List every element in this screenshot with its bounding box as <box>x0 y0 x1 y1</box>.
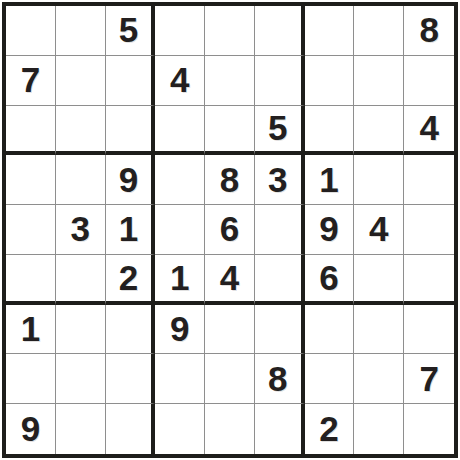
cell-r8c5-empty[interactable] <box>205 354 255 404</box>
cell-r4c9-empty[interactable] <box>404 155 454 205</box>
cell-r9c5-empty[interactable] <box>205 404 255 454</box>
cell-r4c1-empty[interactable] <box>6 155 56 205</box>
cell-r8c7-empty[interactable] <box>305 354 355 404</box>
cell-r9c7-given: 2 <box>305 404 355 454</box>
cell-r2c3-empty[interactable] <box>106 56 156 106</box>
cell-r4c6-given: 3 <box>255 155 305 205</box>
cell-r7c4-given: 9 <box>155 305 205 355</box>
cell-r6c8-empty[interactable] <box>354 255 404 305</box>
cell-r8c2-empty[interactable] <box>56 354 106 404</box>
cell-r5c2-given: 3 <box>56 205 106 255</box>
cell-r4c8-empty[interactable] <box>354 155 404 205</box>
cell-r6c1-empty[interactable] <box>6 255 56 305</box>
cell-r4c2-empty[interactable] <box>56 155 106 205</box>
cell-r6c5-given: 4 <box>205 255 255 305</box>
cell-r3c7-empty[interactable] <box>305 106 355 156</box>
cell-r9c1-given: 9 <box>6 404 56 454</box>
cell-r9c6-empty[interactable] <box>255 404 305 454</box>
cell-r7c5-empty[interactable] <box>205 305 255 355</box>
cell-r7c2-empty[interactable] <box>56 305 106 355</box>
cell-r6c2-empty[interactable] <box>56 255 106 305</box>
sudoku-page: 5874549831316942146198792 <box>0 0 460 460</box>
cell-r1c3-given: 5 <box>106 6 156 56</box>
cell-r6c4-given: 1 <box>155 255 205 305</box>
cell-r8c6-given: 8 <box>255 354 305 404</box>
cell-r8c1-empty[interactable] <box>6 354 56 404</box>
cell-r1c6-empty[interactable] <box>255 6 305 56</box>
cell-r2c9-empty[interactable] <box>404 56 454 106</box>
cell-r7c6-empty[interactable] <box>255 305 305 355</box>
cell-r2c8-empty[interactable] <box>354 56 404 106</box>
cell-r4c5-given: 8 <box>205 155 255 205</box>
cell-r5c8-given: 4 <box>354 205 404 255</box>
cell-r7c7-empty[interactable] <box>305 305 355 355</box>
cell-r8c8-empty[interactable] <box>354 354 404 404</box>
cell-r6c3-given: 2 <box>106 255 156 305</box>
cell-r3c5-empty[interactable] <box>205 106 255 156</box>
cell-r9c3-empty[interactable] <box>106 404 156 454</box>
cell-r3c9-given: 4 <box>404 106 454 156</box>
cell-r1c9-given: 8 <box>404 6 454 56</box>
cell-r7c8-empty[interactable] <box>354 305 404 355</box>
cell-r3c8-empty[interactable] <box>354 106 404 156</box>
cell-r2c2-empty[interactable] <box>56 56 106 106</box>
cell-r1c5-empty[interactable] <box>205 6 255 56</box>
cell-r3c4-empty[interactable] <box>155 106 205 156</box>
cell-r4c3-given: 9 <box>106 155 156 205</box>
cell-r1c2-empty[interactable] <box>56 6 106 56</box>
cell-r9c8-empty[interactable] <box>354 404 404 454</box>
cell-r5c1-empty[interactable] <box>6 205 56 255</box>
cell-r7c3-empty[interactable] <box>106 305 156 355</box>
cell-r9c2-empty[interactable] <box>56 404 106 454</box>
cell-r5c9-empty[interactable] <box>404 205 454 255</box>
sudoku-board: 5874549831316942146198792 <box>2 2 458 458</box>
cell-r9c4-empty[interactable] <box>155 404 205 454</box>
cell-r8c9-given: 7 <box>404 354 454 404</box>
cell-r5c3-given: 1 <box>106 205 156 255</box>
cell-r6c6-empty[interactable] <box>255 255 305 305</box>
cell-r3c1-empty[interactable] <box>6 106 56 156</box>
cell-r4c4-empty[interactable] <box>155 155 205 205</box>
cell-r9c9-empty[interactable] <box>404 404 454 454</box>
cell-r8c4-empty[interactable] <box>155 354 205 404</box>
cell-r6c9-empty[interactable] <box>404 255 454 305</box>
cell-r2c6-empty[interactable] <box>255 56 305 106</box>
cell-r2c7-empty[interactable] <box>305 56 355 106</box>
cell-r5c5-given: 6 <box>205 205 255 255</box>
cell-r8c3-empty[interactable] <box>106 354 156 404</box>
cell-r2c4-given: 4 <box>155 56 205 106</box>
cell-r4c7-given: 1 <box>305 155 355 205</box>
cell-r5c7-given: 9 <box>305 205 355 255</box>
cell-r5c6-empty[interactable] <box>255 205 305 255</box>
cell-r1c8-empty[interactable] <box>354 6 404 56</box>
cell-r5c4-empty[interactable] <box>155 205 205 255</box>
cell-r6c7-given: 6 <box>305 255 355 305</box>
cell-r1c4-empty[interactable] <box>155 6 205 56</box>
cell-r1c7-empty[interactable] <box>305 6 355 56</box>
cell-r2c5-empty[interactable] <box>205 56 255 106</box>
cell-r7c9-empty[interactable] <box>404 305 454 355</box>
cell-r3c2-empty[interactable] <box>56 106 106 156</box>
cell-r7c1-given: 1 <box>6 305 56 355</box>
cell-r3c3-empty[interactable] <box>106 106 156 156</box>
cell-r2c1-given: 7 <box>6 56 56 106</box>
cell-r1c1-empty[interactable] <box>6 6 56 56</box>
cell-r3c6-given: 5 <box>255 106 305 156</box>
